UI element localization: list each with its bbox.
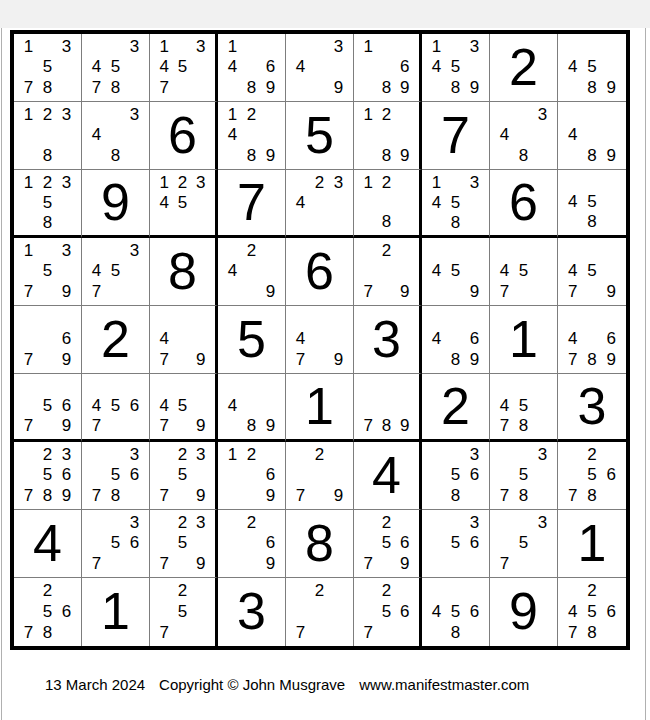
pencil-mark-5: 5 bbox=[446, 57, 465, 77]
pencil-mark-4: 4 bbox=[291, 193, 310, 213]
pencil-mark-5: 5 bbox=[173, 602, 191, 623]
cell-r8c4: 269 bbox=[218, 510, 286, 578]
pencil-mark-9: 9 bbox=[261, 486, 280, 506]
pencil-mark-7: 7 bbox=[291, 350, 310, 370]
pencil-mark-7: 7 bbox=[359, 554, 377, 574]
pencil-marks: 128 bbox=[354, 170, 419, 235]
cell-r2c4: 12489 bbox=[218, 102, 286, 170]
pencil-mark-6: 6 bbox=[396, 602, 414, 623]
pencil-mark-5: 5 bbox=[173, 533, 191, 553]
pencil-marks: 3578 bbox=[490, 442, 557, 509]
pencil-mark-3: 3 bbox=[57, 241, 76, 261]
pencil-mark-8: 8 bbox=[446, 350, 465, 370]
pencil-mark-4: 4 bbox=[87, 57, 106, 77]
cell-r4c6: 279 bbox=[354, 238, 422, 306]
cell-r1c3: 13457 bbox=[150, 34, 218, 102]
footer: 13 March 2024 Copyright © John Musgrave … bbox=[45, 676, 529, 693]
pencil-mark-5: 5 bbox=[173, 193, 191, 213]
pencil-mark-4: 4 bbox=[87, 261, 106, 281]
pencil-marks: 35678 bbox=[82, 442, 149, 509]
pencil-mark-5: 5 bbox=[446, 465, 465, 485]
pencil-mark-8: 8 bbox=[582, 212, 601, 232]
pencil-mark-3: 3 bbox=[57, 105, 76, 125]
pencil-mark-5: 5 bbox=[582, 57, 601, 77]
pencil-marks: 12345 bbox=[150, 170, 215, 235]
pencil-mark-5: 5 bbox=[582, 602, 601, 623]
solved-digit: 1 bbox=[101, 585, 130, 637]
pencil-mark-1: 1 bbox=[19, 37, 38, 57]
cell-r5c2: 2 bbox=[82, 306, 150, 374]
pencil-mark-4: 4 bbox=[155, 329, 173, 349]
cell-r7c9: 25678 bbox=[558, 442, 626, 510]
pencil-mark-4: 4 bbox=[495, 125, 514, 145]
pencil-mark-7: 7 bbox=[563, 350, 582, 370]
cell-r2c2: 348 bbox=[82, 102, 150, 170]
pencil-mark-6: 6 bbox=[57, 329, 76, 349]
pencil-mark-1: 1 bbox=[427, 37, 446, 57]
pencil-mark-5: 5 bbox=[106, 465, 125, 485]
pencil-mark-2: 2 bbox=[242, 241, 261, 261]
pencil-mark-4: 4 bbox=[155, 57, 173, 77]
pencil-marks: 679 bbox=[14, 306, 81, 373]
pencil-mark-7: 7 bbox=[87, 416, 106, 436]
cell-r2c8: 348 bbox=[490, 102, 558, 170]
solved-digit: 8 bbox=[305, 517, 334, 569]
pencil-mark-7: 7 bbox=[87, 78, 106, 98]
pencil-marks: 25678 bbox=[558, 442, 626, 509]
solved-digit: 6 bbox=[305, 245, 334, 297]
cell-r3c9: 458 bbox=[558, 170, 626, 238]
pencil-mark-9: 9 bbox=[57, 486, 76, 506]
pencil-mark-5: 5 bbox=[173, 465, 191, 485]
pencil-mark-9: 9 bbox=[261, 416, 280, 436]
solved-digit: 2 bbox=[101, 313, 130, 365]
pencil-mark-5: 5 bbox=[514, 465, 533, 485]
pencil-mark-2: 2 bbox=[582, 581, 601, 602]
pencil-mark-6: 6 bbox=[602, 602, 621, 623]
cell-r5c7: 4689 bbox=[422, 306, 490, 374]
pencil-mark-3: 3 bbox=[125, 513, 144, 533]
cell-r8c8: 357 bbox=[490, 510, 558, 578]
pencil-mark-8: 8 bbox=[38, 486, 57, 506]
pencil-marks: 257 bbox=[150, 578, 215, 646]
pencil-mark-9: 9 bbox=[329, 78, 348, 98]
cell-r4c1: 13579 bbox=[14, 238, 82, 306]
pencil-mark-1: 1 bbox=[427, 173, 446, 193]
cell-r5c1: 679 bbox=[14, 306, 82, 374]
pencil-mark-6: 6 bbox=[57, 465, 76, 485]
pencil-marks: 134589 bbox=[422, 34, 489, 101]
pencil-marks: 457 bbox=[490, 238, 557, 305]
pencil-mark-4: 4 bbox=[87, 125, 106, 145]
pencil-mark-4: 4 bbox=[563, 192, 582, 212]
cell-r3c6: 128 bbox=[354, 170, 422, 238]
pencil-mark-5: 5 bbox=[582, 192, 601, 212]
pencil-mark-9: 9 bbox=[396, 78, 414, 98]
pencil-mark-8: 8 bbox=[582, 350, 601, 370]
pencil-mark-8: 8 bbox=[514, 416, 533, 436]
cell-r5c6: 3 bbox=[354, 306, 422, 374]
solved-digit: 1 bbox=[578, 517, 607, 569]
pencil-marks: 1238 bbox=[14, 102, 81, 169]
pencil-mark-7: 7 bbox=[495, 486, 514, 506]
pencil-mark-9: 9 bbox=[192, 554, 210, 574]
cell-r4c7: 459 bbox=[422, 238, 490, 306]
pencil-mark-3: 3 bbox=[125, 445, 144, 465]
pencil-mark-1: 1 bbox=[223, 37, 242, 57]
cell-r4c5: 6 bbox=[286, 238, 354, 306]
pencil-marks: 12358 bbox=[14, 170, 81, 235]
pencil-mark-2: 2 bbox=[38, 173, 57, 193]
solved-digit: 6 bbox=[168, 109, 197, 161]
pencil-mark-3: 3 bbox=[192, 173, 210, 193]
pencil-mark-1: 1 bbox=[359, 173, 377, 193]
pencil-marks: 2356789 bbox=[14, 442, 81, 509]
solved-digit: 9 bbox=[509, 585, 538, 637]
pencil-mark-7: 7 bbox=[359, 282, 377, 302]
cell-r1c4: 14689 bbox=[218, 34, 286, 102]
pencil-mark-4: 4 bbox=[223, 57, 242, 77]
solved-digit: 3 bbox=[578, 380, 607, 432]
pencil-mark-6: 6 bbox=[465, 329, 484, 349]
pencil-mark-9: 9 bbox=[192, 416, 210, 436]
pencil-mark-2: 2 bbox=[173, 513, 191, 533]
pencil-mark-4: 4 bbox=[155, 193, 173, 213]
pencil-mark-5: 5 bbox=[38, 261, 57, 281]
pencil-marks: 479 bbox=[286, 306, 353, 373]
pencil-marks: 348 bbox=[490, 102, 557, 169]
pencil-mark-5: 5 bbox=[106, 533, 125, 553]
pencil-mark-3: 3 bbox=[329, 37, 348, 57]
pencil-marks: 3457 bbox=[82, 238, 149, 305]
cell-r6c3: 4579 bbox=[150, 374, 218, 442]
pencil-mark-2: 2 bbox=[38, 581, 57, 602]
pencil-mark-4: 4 bbox=[427, 57, 446, 77]
cell-r7c4: 1269 bbox=[218, 442, 286, 510]
cell-r4c4: 249 bbox=[218, 238, 286, 306]
cell-r7c5: 279 bbox=[286, 442, 354, 510]
pencil-mark-6: 6 bbox=[465, 533, 484, 553]
pencil-mark-9: 9 bbox=[261, 146, 280, 166]
pencil-marks: 25678 bbox=[14, 578, 81, 646]
solved-digit: 4 bbox=[372, 449, 401, 501]
pencil-mark-8: 8 bbox=[242, 146, 261, 166]
cell-r9c9: 245678 bbox=[558, 578, 626, 646]
pencil-marks: 789 bbox=[354, 374, 419, 439]
pencil-mark-7: 7 bbox=[19, 622, 38, 643]
pencil-mark-3: 3 bbox=[533, 445, 552, 465]
pencil-marks: 13458 bbox=[422, 170, 489, 235]
pencil-marks: 279 bbox=[354, 238, 419, 305]
cell-r1c8: 2 bbox=[490, 34, 558, 102]
pencil-marks: 34578 bbox=[82, 34, 149, 101]
pencil-mark-2: 2 bbox=[377, 173, 395, 193]
pencil-mark-8: 8 bbox=[106, 486, 125, 506]
pencil-mark-7: 7 bbox=[19, 350, 38, 370]
pencil-mark-4: 4 bbox=[291, 329, 310, 349]
pencil-mark-8: 8 bbox=[514, 486, 533, 506]
pencil-mark-7: 7 bbox=[19, 416, 38, 436]
pencil-marks: 459 bbox=[422, 238, 489, 305]
pencil-mark-5: 5 bbox=[38, 396, 57, 416]
cell-r3c2: 9 bbox=[82, 170, 150, 238]
footer-copyright: Copyright © John Musgrave bbox=[159, 676, 345, 693]
pencil-mark-7: 7 bbox=[87, 554, 106, 574]
solved-digit: 1 bbox=[509, 313, 538, 365]
pencil-marks: 25679 bbox=[354, 510, 419, 577]
solved-digit: 3 bbox=[237, 585, 266, 637]
pencil-mark-4: 4 bbox=[155, 396, 173, 416]
pencil-marks: 14689 bbox=[218, 34, 285, 101]
cell-r8c6: 25679 bbox=[354, 510, 422, 578]
pencil-mark-8: 8 bbox=[582, 146, 601, 166]
pencil-mark-6: 6 bbox=[396, 533, 414, 553]
pencil-mark-8: 8 bbox=[106, 146, 125, 166]
cell-r8c9: 1 bbox=[558, 510, 626, 578]
solved-digit: 6 bbox=[509, 176, 538, 228]
pencil-mark-4: 4 bbox=[563, 261, 582, 281]
cell-r5c9: 46789 bbox=[558, 306, 626, 374]
pencil-mark-8: 8 bbox=[38, 622, 57, 643]
pencil-mark-7: 7 bbox=[359, 416, 377, 436]
solved-digit: 9 bbox=[101, 176, 130, 228]
pencil-mark-5: 5 bbox=[38, 57, 57, 77]
pencil-mark-6: 6 bbox=[57, 396, 76, 416]
pencil-mark-4: 4 bbox=[87, 396, 106, 416]
pencil-mark-9: 9 bbox=[261, 554, 280, 574]
pencil-mark-2: 2 bbox=[173, 445, 191, 465]
cell-r7c6: 4 bbox=[354, 442, 422, 510]
pencil-mark-7: 7 bbox=[155, 622, 173, 643]
pencil-mark-3: 3 bbox=[125, 105, 144, 125]
pencil-mark-8: 8 bbox=[582, 78, 601, 98]
pencil-mark-3: 3 bbox=[125, 241, 144, 261]
pencil-mark-8: 8 bbox=[106, 78, 125, 98]
pencil-mark-5: 5 bbox=[446, 533, 465, 553]
pencil-mark-5: 5 bbox=[173, 396, 191, 416]
pencil-mark-4: 4 bbox=[563, 602, 582, 623]
pencil-mark-6: 6 bbox=[261, 533, 280, 553]
cell-r6c5: 1 bbox=[286, 374, 354, 442]
pencil-mark-3: 3 bbox=[57, 37, 76, 57]
pencil-marks: 4567 bbox=[82, 374, 149, 439]
pencil-mark-7: 7 bbox=[495, 554, 514, 574]
pencil-mark-9: 9 bbox=[57, 350, 76, 370]
cell-r3c7: 13458 bbox=[422, 170, 490, 238]
pencil-mark-2: 2 bbox=[377, 241, 395, 261]
cell-r6c1: 5679 bbox=[14, 374, 82, 442]
pencil-mark-2: 2 bbox=[377, 581, 395, 602]
pencil-mark-4: 4 bbox=[223, 125, 242, 145]
pencil-mark-4: 4 bbox=[563, 125, 582, 145]
pencil-mark-6: 6 bbox=[261, 465, 280, 485]
pencil-mark-6: 6 bbox=[125, 465, 144, 485]
cell-r6c9: 3 bbox=[558, 374, 626, 442]
pencil-mark-5: 5 bbox=[38, 465, 57, 485]
pencil-mark-5: 5 bbox=[446, 602, 465, 623]
footer-date: 13 March 2024 bbox=[45, 676, 145, 693]
pencil-mark-9: 9 bbox=[465, 78, 484, 98]
solved-digit: 3 bbox=[372, 313, 401, 365]
pencil-marks: 27 bbox=[286, 578, 353, 646]
pencil-mark-6: 6 bbox=[396, 57, 414, 77]
pencil-mark-6: 6 bbox=[602, 329, 621, 349]
pencil-mark-1: 1 bbox=[19, 241, 38, 261]
pencil-mark-3: 3 bbox=[465, 37, 484, 57]
pencil-mark-9: 9 bbox=[57, 416, 76, 436]
pencil-mark-1: 1 bbox=[359, 105, 377, 125]
pencil-mark-8: 8 bbox=[377, 416, 395, 436]
pencil-marks: 13457 bbox=[150, 34, 215, 101]
pencil-mark-3: 3 bbox=[192, 513, 210, 533]
pencil-marks: 4589 bbox=[558, 34, 626, 101]
page-edge-left bbox=[1, 28, 2, 720]
pencil-mark-4: 4 bbox=[563, 329, 582, 349]
cell-r5c8: 1 bbox=[490, 306, 558, 374]
cell-r5c3: 479 bbox=[150, 306, 218, 374]
pencil-mark-8: 8 bbox=[514, 146, 533, 166]
pencil-mark-5: 5 bbox=[38, 193, 57, 213]
pencil-mark-7: 7 bbox=[19, 78, 38, 98]
pencil-mark-8: 8 bbox=[242, 78, 261, 98]
pencil-mark-8: 8 bbox=[38, 78, 57, 98]
pencil-mark-1: 1 bbox=[223, 105, 242, 125]
cell-r9c2: 1 bbox=[82, 578, 150, 646]
solved-digit: 1 bbox=[305, 380, 334, 432]
pencil-mark-1: 1 bbox=[223, 445, 242, 465]
pencil-mark-5: 5 bbox=[514, 261, 533, 281]
pencil-mark-3: 3 bbox=[533, 105, 552, 125]
pencil-mark-2: 2 bbox=[173, 173, 191, 193]
pencil-mark-2: 2 bbox=[377, 513, 395, 533]
pencil-mark-6: 6 bbox=[57, 602, 76, 623]
pencil-mark-2: 2 bbox=[377, 105, 395, 125]
pencil-mark-2: 2 bbox=[310, 173, 329, 193]
pencil-mark-3: 3 bbox=[533, 513, 552, 533]
pencil-mark-2: 2 bbox=[310, 445, 329, 465]
pencil-marks: 4579 bbox=[150, 374, 215, 439]
pencil-mark-3: 3 bbox=[192, 445, 210, 465]
pencil-mark-7: 7 bbox=[155, 554, 173, 574]
cell-r2c6: 1289 bbox=[354, 102, 422, 170]
pencil-marks: 23579 bbox=[150, 442, 215, 509]
pencil-marks: 269 bbox=[218, 510, 285, 577]
pencil-mark-6: 6 bbox=[125, 533, 144, 553]
cell-r9c4: 3 bbox=[218, 578, 286, 646]
pencil-mark-5: 5 bbox=[582, 261, 601, 281]
pencil-marks: 356 bbox=[422, 510, 489, 577]
pencil-mark-7: 7 bbox=[291, 622, 310, 643]
pencil-mark-9: 9 bbox=[261, 78, 280, 98]
pencil-mark-9: 9 bbox=[602, 146, 621, 166]
pencil-marks: 479 bbox=[150, 306, 215, 373]
cell-r9c5: 27 bbox=[286, 578, 354, 646]
header-bar bbox=[0, 0, 650, 28]
pencil-mark-9: 9 bbox=[465, 282, 484, 302]
pencil-marks: 349 bbox=[286, 34, 353, 101]
pencil-marks: 13578 bbox=[14, 34, 81, 101]
pencil-mark-2: 2 bbox=[242, 513, 261, 533]
cell-r2c3: 6 bbox=[150, 102, 218, 170]
cell-r9c7: 4568 bbox=[422, 578, 490, 646]
pencil-mark-9: 9 bbox=[192, 486, 210, 506]
pencil-mark-4: 4 bbox=[495, 261, 514, 281]
pencil-mark-9: 9 bbox=[192, 350, 210, 370]
cell-r6c2: 4567 bbox=[82, 374, 150, 442]
pencil-mark-7: 7 bbox=[359, 622, 377, 643]
pencil-mark-6: 6 bbox=[465, 602, 484, 623]
pencil-mark-5: 5 bbox=[106, 396, 125, 416]
pencil-mark-2: 2 bbox=[38, 445, 57, 465]
pencil-mark-9: 9 bbox=[396, 282, 414, 302]
pencil-marks: 3567 bbox=[82, 510, 149, 577]
pencil-mark-5: 5 bbox=[173, 57, 191, 77]
pencil-mark-5: 5 bbox=[377, 602, 395, 623]
pencil-mark-9: 9 bbox=[329, 486, 348, 506]
pencil-mark-9: 9 bbox=[602, 282, 621, 302]
cell-r4c3: 8 bbox=[150, 238, 218, 306]
sudoku-grid: 1357834578134571468934916891345892458912… bbox=[10, 30, 630, 650]
pencil-marks: 348 bbox=[82, 102, 149, 169]
solved-digit: 5 bbox=[305, 109, 334, 161]
pencil-mark-2: 2 bbox=[582, 445, 601, 465]
pencil-mark-5: 5 bbox=[377, 533, 395, 553]
pencil-mark-8: 8 bbox=[446, 622, 465, 643]
pencil-mark-8: 8 bbox=[582, 486, 601, 506]
pencil-marks: 4578 bbox=[490, 374, 557, 439]
pencil-mark-7: 7 bbox=[563, 622, 582, 643]
pencil-mark-6: 6 bbox=[261, 57, 280, 77]
cell-r7c3: 23579 bbox=[150, 442, 218, 510]
pencil-mark-2: 2 bbox=[310, 581, 329, 602]
cell-r3c4: 7 bbox=[218, 170, 286, 238]
pencil-mark-8: 8 bbox=[582, 622, 601, 643]
cell-r8c5: 8 bbox=[286, 510, 354, 578]
pencil-mark-1: 1 bbox=[155, 37, 173, 57]
pencil-mark-9: 9 bbox=[396, 554, 414, 574]
pencil-mark-5: 5 bbox=[514, 533, 533, 553]
pencil-mark-4: 4 bbox=[495, 396, 514, 416]
pencil-mark-4: 4 bbox=[427, 329, 446, 349]
pencil-mark-5: 5 bbox=[106, 261, 125, 281]
pencil-mark-4: 4 bbox=[427, 602, 446, 623]
pencil-mark-9: 9 bbox=[396, 416, 414, 436]
pencil-marks: 234 bbox=[286, 170, 353, 235]
pencil-mark-8: 8 bbox=[38, 213, 57, 233]
cell-r6c8: 4578 bbox=[490, 374, 558, 442]
pencil-marks: 5679 bbox=[14, 374, 81, 439]
cell-r8c3: 23579 bbox=[150, 510, 218, 578]
pencil-marks: 458 bbox=[558, 170, 626, 235]
cell-r8c7: 356 bbox=[422, 510, 490, 578]
pencil-mark-4: 4 bbox=[223, 396, 242, 416]
pencil-mark-9: 9 bbox=[261, 282, 280, 302]
cell-r1c7: 134589 bbox=[422, 34, 490, 102]
pencil-mark-1: 1 bbox=[19, 173, 38, 193]
pencil-mark-8: 8 bbox=[446, 78, 465, 98]
cell-r9c3: 257 bbox=[150, 578, 218, 646]
cell-r5c5: 479 bbox=[286, 306, 354, 374]
pencil-mark-3: 3 bbox=[465, 445, 484, 465]
pencil-mark-3: 3 bbox=[465, 513, 484, 533]
pencil-mark-1: 1 bbox=[359, 37, 377, 57]
cell-r7c1: 2356789 bbox=[14, 442, 82, 510]
cell-r3c5: 234 bbox=[286, 170, 354, 238]
pencil-mark-3: 3 bbox=[57, 445, 76, 465]
pencil-mark-5: 5 bbox=[106, 57, 125, 77]
solved-digit: 2 bbox=[441, 380, 470, 432]
pencil-mark-3: 3 bbox=[125, 37, 144, 57]
